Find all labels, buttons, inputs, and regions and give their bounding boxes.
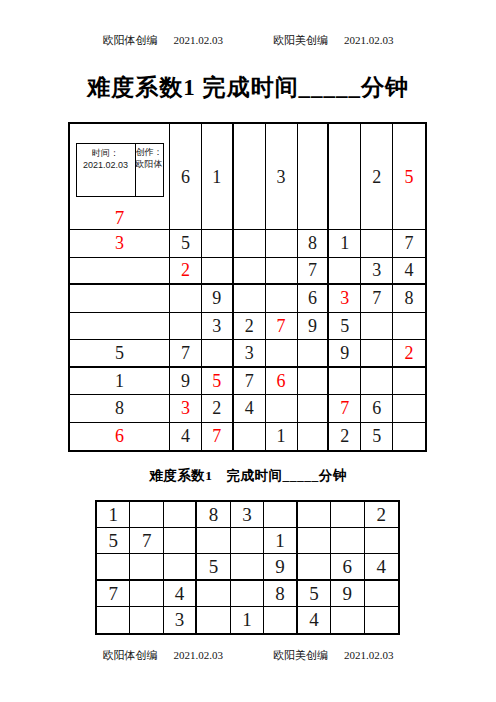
digit-2: 2: [212, 399, 221, 417]
p1-cell-r1c1: 时间：2021.02.03创作：欧阳体7: [70, 124, 170, 230]
p1-cell-r8c9: [393, 395, 425, 423]
p1-cell-r1c6: [298, 124, 330, 230]
p2-cell-r4c5: [231, 581, 264, 607]
p1-cell-r8c7: 7: [329, 395, 361, 423]
p1-cell-r9c4: [234, 423, 266, 451]
digit-3: 3: [340, 289, 349, 307]
p2-cell-r1c8: [331, 502, 364, 528]
digit-7: 7: [277, 317, 286, 335]
digit-6: 6: [277, 372, 286, 390]
digit-9: 9: [343, 584, 353, 603]
digit-1: 1: [115, 372, 124, 390]
p1-cell-r3c3: [202, 258, 234, 286]
p1-cell-r8c5: [266, 395, 298, 423]
p1-cell-r6c9: 2: [393, 340, 425, 368]
p2-cell-r3c4: 5: [197, 554, 230, 580]
digit-2: 2: [181, 261, 190, 279]
time-label: 时间：: [77, 147, 135, 159]
digit-5: 5: [212, 372, 221, 390]
p1-cell-r2c7: 1: [329, 230, 361, 258]
p1-cell-r6c4: 3: [234, 340, 266, 368]
p1-cell-r2c8: [361, 230, 393, 258]
digit-4: 4: [377, 557, 387, 576]
digit-8: 8: [209, 505, 219, 524]
p1-cell-r8c1: 8: [70, 395, 170, 423]
p1-cell-r1c2: 6: [170, 124, 202, 230]
p2-cell-r3c2: [130, 554, 163, 580]
date-right-label: 2021.02.03: [344, 34, 394, 46]
p1-cell-r7c1: 1: [70, 368, 170, 396]
digit-7: 7: [142, 531, 152, 550]
digit-4: 4: [245, 399, 254, 417]
p1-cell-r2c4: [234, 230, 266, 258]
p2-cell-r1c3: [164, 502, 197, 528]
p2-cell-r5c2: [130, 607, 163, 633]
digit-6: 6: [115, 427, 124, 445]
p1-cell-r4c3: 9: [202, 285, 234, 313]
p2-cell-r5c5: 1: [231, 607, 264, 633]
digit-2: 2: [340, 427, 349, 445]
p1-cell-r9c6: [298, 423, 330, 451]
p2-cell-r2c9: [365, 528, 398, 554]
p1-cell-r6c3: [202, 340, 234, 368]
p1-cell-r7c3: 5: [202, 368, 234, 396]
p1-cell-r5c7: 5: [329, 313, 361, 341]
digit-1: 1: [340, 234, 349, 252]
digit-5: 5: [115, 344, 124, 362]
page-footer: 欧阳体创编 2021.02.03 欧阳美创编 2021.02.03: [0, 648, 496, 663]
p1-cell-r3c1: [70, 258, 170, 286]
digit-7: 7: [245, 372, 254, 390]
author-label: 创作：: [136, 147, 163, 157]
digit-2: 2: [377, 505, 387, 524]
p2-cell-r1c5: 3: [231, 502, 264, 528]
p2-cell-r3c8: 6: [331, 554, 364, 580]
info-box-time-cell: 时间：2021.02.03: [77, 144, 136, 196]
p1-cell-r6c8: [361, 340, 393, 368]
p1-cell-r6c7: 9: [329, 340, 361, 368]
p1-cell-r3c2: 2: [170, 258, 202, 286]
p2-cell-r2c1: 5: [97, 528, 130, 554]
p1-cell-r3c4: [234, 258, 266, 286]
sudoku-grid-2: 1832571596474859314: [95, 500, 400, 635]
p1-cell-r1c5: 3: [266, 124, 298, 230]
info-box-author-cell: 创作：欧阳体: [136, 144, 163, 196]
p1-cell-r3c9: 4: [393, 258, 425, 286]
digit-9: 9: [308, 317, 317, 335]
digit-3: 3: [181, 399, 190, 417]
date-right-label: 2021.02.03: [344, 649, 394, 661]
p1-cell-r3c7: [329, 258, 361, 286]
p1-cell-r9c2: 4: [170, 423, 202, 451]
digit-6: 6: [181, 168, 190, 186]
p1-cell-r6c2: 7: [170, 340, 202, 368]
p2-cell-r4c7: 5: [298, 581, 331, 607]
digit-9: 9: [275, 557, 285, 576]
digit-1: 1: [242, 610, 252, 629]
digit-5: 5: [372, 427, 381, 445]
digit-8: 8: [275, 584, 285, 603]
p2-cell-r1c9: 2: [365, 502, 398, 528]
digit-5: 5: [309, 584, 319, 603]
digit-3: 3: [212, 317, 221, 335]
p2-cell-r4c9: [365, 581, 398, 607]
p2-cell-r4c8: 9: [331, 581, 364, 607]
digit-6: 6: [308, 289, 317, 307]
digit-5: 5: [209, 557, 219, 576]
creator-left-label: 欧阳体创编: [103, 33, 158, 48]
p1-cell-r7c8: [361, 368, 393, 396]
p2-cell-r5c8: [331, 607, 364, 633]
p2-cell-r4c6: 8: [264, 581, 297, 607]
p1-cell-r9c1: 6: [70, 423, 170, 451]
digit-7: 7: [308, 261, 317, 279]
sudoku-grid-1: 时间：2021.02.03创作：欧阳体761325358172734963783…: [68, 122, 427, 452]
p1-cell-r5c3: 3: [202, 313, 234, 341]
digit-5: 5: [340, 317, 349, 335]
page-header: 欧阳体创编 2021.02.03 欧阳美创编 2021.02.03: [0, 33, 496, 48]
p1-cell-r9c3: 7: [202, 423, 234, 451]
p1-cell-r7c9: [393, 368, 425, 396]
p2-cell-r4c1: 7: [97, 581, 130, 607]
p1-cell-r5c2: [170, 313, 202, 341]
p2-cell-r2c8: [331, 528, 364, 554]
digit-8: 8: [115, 399, 124, 417]
digit-9: 9: [212, 289, 221, 307]
digit-5: 5: [181, 234, 190, 252]
digit-9: 9: [340, 344, 349, 362]
digit-6: 6: [372, 399, 381, 417]
p2-cell-r1c1: 1: [97, 502, 130, 528]
p2-cell-r2c2: 7: [130, 528, 163, 554]
p1-cell-r8c2: 3: [170, 395, 202, 423]
p1-cell-r6c6: [298, 340, 330, 368]
digit-7: 7: [212, 427, 221, 445]
p2-cell-r3c5: [231, 554, 264, 580]
p1-cell-r8c6: [298, 395, 330, 423]
digit-5: 5: [405, 168, 414, 186]
p1-cell-r4c6: 6: [298, 285, 330, 313]
p2-cell-r3c9: 4: [365, 554, 398, 580]
p1-cell-r9c5: 1: [266, 423, 298, 451]
p2-cell-r5c6: [264, 607, 297, 633]
digit-7: 7: [405, 234, 414, 252]
p1-cell-r7c6: [298, 368, 330, 396]
p1-cell-r5c9: [393, 313, 425, 341]
p2-cell-r4c3: 4: [164, 581, 197, 607]
p1-cell-r4c1: [70, 285, 170, 313]
p1-cell-r5c8: [361, 313, 393, 341]
creator-right-label: 欧阳美创编: [273, 33, 328, 48]
digit-4: 4: [405, 261, 414, 279]
digit-7: 7: [340, 399, 349, 417]
digit-1: 1: [275, 531, 285, 550]
p1-cell-r2c1: 3: [70, 230, 170, 258]
p1-cell-r5c5: 7: [266, 313, 298, 341]
p1-cell-r6c1: 5: [70, 340, 170, 368]
digit-7: 7: [108, 584, 118, 603]
p2-cell-r5c4: [197, 607, 230, 633]
creator-right-label: 欧阳美创编: [273, 648, 328, 663]
date-left-label: 2021.02.03: [174, 649, 224, 661]
digit-1: 1: [277, 427, 286, 445]
date-left-label: 2021.02.03: [174, 34, 224, 46]
p2-cell-r4c2: [130, 581, 163, 607]
p2-cell-r1c4: 8: [197, 502, 230, 528]
digit-3: 3: [245, 344, 254, 362]
p1-cell-r7c7: [329, 368, 361, 396]
p1-cell-r7c4: 7: [234, 368, 266, 396]
digit-3: 3: [115, 234, 124, 252]
p2-cell-r5c7: 4: [298, 607, 331, 633]
p1-cell-r5c1: [70, 313, 170, 341]
p1-cell-r8c8: 6: [361, 395, 393, 423]
p1-cell-r4c9: 8: [393, 285, 425, 313]
p2-cell-r3c1: [97, 554, 130, 580]
digit-3: 3: [277, 168, 286, 186]
p2-cell-r3c6: 9: [264, 554, 297, 580]
p2-cell-r3c3: [164, 554, 197, 580]
p1-cell-r6c5: [266, 340, 298, 368]
p2-cell-r5c9: [365, 607, 398, 633]
digit-4: 4: [309, 610, 319, 629]
p1-cell-r2c3: [202, 230, 234, 258]
digit-1: 1: [212, 168, 221, 186]
puzzle2-title: 难度系数1 完成时间_____分钟: [0, 467, 496, 485]
p2-cell-r1c7: [298, 502, 331, 528]
digit-2: 2: [245, 317, 254, 335]
p1-cell-r4c5: [266, 285, 298, 313]
p2-cell-r2c7: [298, 528, 331, 554]
author-value: 欧阳体: [136, 159, 163, 169]
p2-cell-r4c4: [197, 581, 230, 607]
p1-cell-r2c5: [266, 230, 298, 258]
digit-5: 5: [108, 531, 118, 550]
p1-cell-r4c4: [234, 285, 266, 313]
p1-cell-r4c8: 7: [361, 285, 393, 313]
digit-2: 2: [405, 344, 414, 362]
p1-cell-r3c8: 3: [361, 258, 393, 286]
digit-2: 2: [372, 168, 381, 186]
creator-left-label: 欧阳体创编: [103, 648, 158, 663]
p1-cell-r5c6: 9: [298, 313, 330, 341]
p2-cell-r5c1: [97, 607, 130, 633]
p1-cell-r1c3: 1: [202, 124, 234, 230]
digit-6: 6: [343, 557, 353, 576]
p1-cell-r2c2: 5: [170, 230, 202, 258]
digit-1: 1: [108, 505, 118, 524]
p2-cell-r1c2: [130, 502, 163, 528]
puzzle1-title: 难度系数1 完成时间_____分钟: [0, 72, 496, 103]
p2-cell-r2c4: [197, 528, 230, 554]
p1-cell-r9c7: 2: [329, 423, 361, 451]
p1-cell-r4c7: 3: [329, 285, 361, 313]
p1-cell-r2c9: 7: [393, 230, 425, 258]
digit-4: 4: [175, 584, 185, 603]
digit-3: 3: [372, 261, 381, 279]
p1-cell-r1c9: 5: [393, 124, 425, 230]
p1-cell-r4c2: [170, 285, 202, 313]
p1-cell-r1c7: [329, 124, 361, 230]
digit-7: 7: [181, 344, 190, 362]
digit-8: 8: [308, 234, 317, 252]
digit-7: 7: [372, 289, 381, 307]
info-box: 时间：2021.02.03创作：欧阳体: [76, 143, 164, 197]
p1-cell-r2c6: 8: [298, 230, 330, 258]
digit-9: 9: [181, 372, 190, 390]
p2-cell-r1c6: [264, 502, 297, 528]
p1-cell-r1c4: [234, 124, 266, 230]
p2-cell-r3c7: [298, 554, 331, 580]
p1-cell-r3c5: [266, 258, 298, 286]
digit-8: 8: [405, 289, 414, 307]
p1-cell-r8c3: 2: [202, 395, 234, 423]
p2-cell-r2c3: [164, 528, 197, 554]
p1-cell-r3c6: 7: [298, 258, 330, 286]
digit-3: 3: [175, 610, 185, 629]
p2-cell-r2c5: [231, 528, 264, 554]
p1-cell-r7c5: 6: [266, 368, 298, 396]
p1-cell-r9c8: 5: [361, 423, 393, 451]
p2-cell-r2c6: 1: [264, 528, 297, 554]
digit-7: 7: [115, 208, 125, 227]
digit-3: 3: [242, 505, 252, 524]
p1-cell-r1c8: 2: [361, 124, 393, 230]
p1-cell-r8c4: 4: [234, 395, 266, 423]
digit-4: 4: [181, 427, 190, 445]
p1-cell-r5c4: 2: [234, 313, 266, 341]
time-value: 2021.02.03: [77, 159, 135, 171]
p2-cell-r5c3: 3: [164, 607, 197, 633]
p1-cell-r7c2: 9: [170, 368, 202, 396]
p1-cell-r9c9: [393, 423, 425, 451]
